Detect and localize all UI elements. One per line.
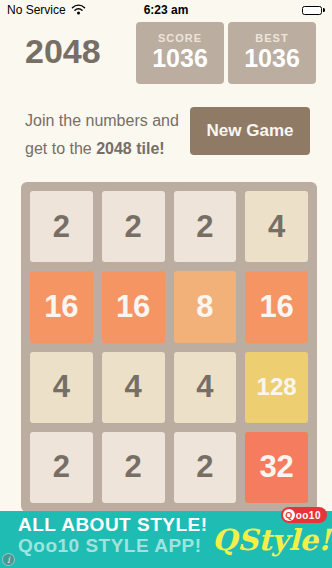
carrier-label: No Service [7,3,66,17]
tile-r4c2-2: 2 [102,432,165,503]
tile-r2c3-8: 8 [174,271,237,342]
tile-r4c3-2: 2 [174,432,237,503]
score-value: 1036 [136,45,224,72]
tile-r1c4-4: 4 [245,191,308,262]
tile-r1c3-2: 2 [174,191,237,262]
tile-r2c4-16: 16 [245,271,308,342]
tile-r2c1-16: 16 [30,271,93,342]
status-bar: No Service 6:23 am [0,0,332,20]
best-box: BEST 1036 [228,22,316,84]
intro-text: Join the numbers and get to the 2048 til… [25,107,179,163]
app-title: 2048 [25,33,101,69]
wifi-icon [71,1,86,19]
tile-r1c2-2: 2 [102,191,165,262]
board[interactable]: 2224161681644412822232 [21,182,317,512]
new-game-button[interactable]: New Game [190,107,310,155]
tile-r3c2-4: 4 [102,352,165,423]
tile-r4c1-2: 2 [30,432,93,503]
intro-line2-goal: 2048 tile! [96,140,164,157]
ad-subheadline: Qoo10 STYLE APP! [18,535,202,557]
tile-r4c4-32: 32 [245,432,308,503]
tile-r3c4-128: 128 [245,352,308,423]
score-box: SCORE 1036 [136,22,224,84]
qoo10-logo-text: oo10 [296,510,321,521]
score-label: SCORE [136,32,224,44]
tile-r2c2-16: 16 [102,271,165,342]
tile-r3c3-4: 4 [174,352,237,423]
qoo10-logo: Q oo10 [281,507,327,523]
qoo10-logo-q: Q [283,509,295,521]
tile-r1c1-2: 2 [30,191,93,262]
battery-icon [302,6,325,15]
ad-info-icon[interactable]: i [2,553,15,566]
best-label: BEST [228,32,316,44]
tile-r3c1-4: 4 [30,352,93,423]
ad-brand-script: QStyle! [212,523,331,557]
best-value: 1036 [228,45,316,72]
intro-line2-prefix: get to the [25,140,96,157]
ad-headline: ALL ABOUT STYLE! [18,514,208,536]
ad-banner[interactable]: ALL ABOUT STYLE! Qoo10 STYLE APP! QStyle… [0,511,332,568]
intro-line1: Join the numbers and [25,112,179,129]
